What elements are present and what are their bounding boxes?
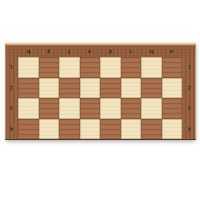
square-g3 bbox=[39, 98, 60, 119]
rank-label-right-4-text: 4 bbox=[188, 126, 191, 132]
square-g4 bbox=[39, 119, 60, 140]
rank-label-left-4-text: 4 bbox=[10, 126, 13, 132]
square-d4 bbox=[100, 119, 121, 140]
square-g1 bbox=[39, 57, 60, 78]
rank-label-left-2-text: 2 bbox=[10, 85, 13, 91]
square-c4 bbox=[121, 119, 142, 140]
square-b4 bbox=[141, 119, 162, 140]
square-e4 bbox=[80, 119, 101, 140]
square-b1 bbox=[141, 57, 162, 78]
rank-label-left-2: 2 bbox=[5, 78, 18, 99]
square-a2 bbox=[162, 78, 183, 99]
frame-corner-top-right bbox=[182, 46, 196, 57]
board-face: hgfedcba11223344 bbox=[5, 46, 196, 140]
square-a4 bbox=[162, 119, 183, 140]
file-label-f: f bbox=[59, 46, 80, 57]
square-h1 bbox=[18, 57, 39, 78]
file-label-f-text: f bbox=[68, 49, 70, 55]
rank-label-right-1: 1 bbox=[182, 57, 196, 78]
rank-label-left-1: 1 bbox=[5, 57, 18, 78]
rank-label-left-3-text: 3 bbox=[10, 105, 13, 111]
file-label-d: d bbox=[100, 46, 121, 57]
rank-label-right-4: 4 bbox=[182, 119, 196, 140]
file-label-h: h bbox=[18, 46, 39, 57]
square-h3 bbox=[18, 98, 39, 119]
square-b3 bbox=[141, 98, 162, 119]
file-label-h-text: h bbox=[27, 49, 30, 55]
rank-label-left-3: 3 bbox=[5, 98, 18, 119]
square-a1 bbox=[162, 57, 183, 78]
square-f3 bbox=[59, 98, 80, 119]
rank-label-left-1-text: 1 bbox=[10, 64, 13, 70]
square-c2 bbox=[121, 78, 142, 99]
file-label-b-text: b bbox=[150, 49, 153, 55]
file-label-d-text: d bbox=[109, 49, 112, 55]
square-e2 bbox=[80, 78, 101, 99]
photo-background: hgfedcba11223344 bbox=[0, 0, 200, 200]
square-f4 bbox=[59, 119, 80, 140]
file-label-e-text: e bbox=[88, 49, 91, 55]
square-g2 bbox=[39, 78, 60, 99]
square-f2 bbox=[59, 78, 80, 99]
file-label-e: e bbox=[80, 46, 101, 57]
square-e3 bbox=[80, 98, 101, 119]
file-label-a-text: a bbox=[170, 49, 173, 55]
file-label-c-text: c bbox=[129, 49, 132, 55]
square-d1 bbox=[100, 57, 121, 78]
rank-label-left-4: 4 bbox=[5, 119, 18, 140]
rank-label-right-3: 3 bbox=[182, 98, 196, 119]
square-h4 bbox=[18, 119, 39, 140]
file-label-g-text: g bbox=[47, 49, 50, 55]
rank-label-right-1-text: 1 bbox=[188, 64, 191, 70]
square-d2 bbox=[100, 78, 121, 99]
frame-corner-top-left bbox=[5, 46, 18, 57]
square-a3 bbox=[162, 98, 183, 119]
rank-label-right-2: 2 bbox=[182, 78, 196, 99]
rank-label-right-2-text: 2 bbox=[188, 85, 191, 91]
file-label-a: a bbox=[162, 46, 183, 57]
square-c1 bbox=[121, 57, 142, 78]
square-f1 bbox=[59, 57, 80, 78]
square-h2 bbox=[18, 78, 39, 99]
square-d3 bbox=[100, 98, 121, 119]
file-label-c: c bbox=[121, 46, 142, 57]
square-e1 bbox=[80, 57, 101, 78]
file-label-b: b bbox=[141, 46, 162, 57]
chessboard: hgfedcba11223344 bbox=[5, 42, 196, 140]
square-c3 bbox=[121, 98, 142, 119]
square-b2 bbox=[141, 78, 162, 99]
rank-label-right-3-text: 3 bbox=[188, 105, 191, 111]
file-label-g: g bbox=[39, 46, 60, 57]
